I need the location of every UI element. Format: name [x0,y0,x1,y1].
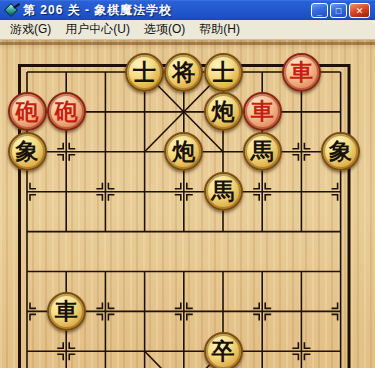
minimize-icon: _ [312,6,327,19]
window-title: 第 206 关 - 象棋魔法学校 [23,2,311,19]
app-window: 第 206 关 - 象棋魔法学校 _ □ ✕ 游戏(G)用户中心(U)选项(O)… [0,0,375,368]
piece-black-馬-f6r4[interactable]: 馬 [204,172,243,211]
piece-red-車-f7r2[interactable]: 車 [243,92,282,131]
xiangqi-board: 士将士車砲砲炮車象炮馬象馬車卒 [0,40,375,368]
menu-bar: 游戏(G)用户中心(U)选项(O)帮助(H) [0,20,375,40]
menu-item-2[interactable]: 用户中心(U) [61,19,140,40]
piece-red-車-f8r1[interactable]: 車 [282,53,321,92]
minimize-button[interactable]: _ [311,3,328,18]
piece-black-馬-f7r3[interactable]: 馬 [243,132,282,171]
piece-red-砲-f2r2[interactable]: 砲 [47,92,86,131]
piece-red-砲-f1r2[interactable]: 砲 [8,92,47,131]
piece-black-炮-f6r2[interactable]: 炮 [204,92,243,131]
menu-item-3[interactable]: 选项(O) [140,19,195,40]
piece-black-将-f5r1[interactable]: 将 [164,53,203,92]
window-controls: _ □ ✕ [311,3,372,18]
piece-black-車-f2r7[interactable]: 車 [47,292,86,331]
title-bar: 第 206 关 - 象棋魔法学校 _ □ ✕ [0,0,375,20]
menu-item-4[interactable]: 帮助(H) [195,19,250,40]
maximize-icon: □ [331,4,346,17]
menu-item-1[interactable]: 游戏(G) [6,19,61,40]
close-icon: ✕ [350,4,369,17]
close-button[interactable]: ✕ [349,3,370,18]
piece-black-象-f1r3[interactable]: 象 [8,132,47,171]
piece-black-士-f6r1[interactable]: 士 [204,53,243,92]
piece-black-士-f4r1[interactable]: 士 [125,53,164,92]
piece-black-卒-f6r8[interactable]: 卒 [204,332,243,368]
app-icon [5,3,19,17]
maximize-button[interactable]: □ [330,3,347,18]
